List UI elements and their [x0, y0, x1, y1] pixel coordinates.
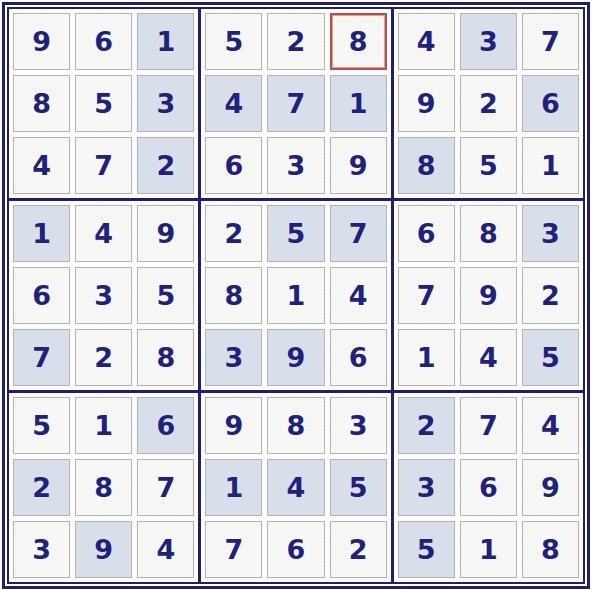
cell-r3c1[interactable]: 4	[13, 137, 70, 194]
cell-r6c5[interactable]: 9	[267, 329, 324, 386]
cell-r4c5[interactable]: 5	[267, 205, 324, 262]
cell-r5c6[interactable]: 4	[330, 267, 387, 324]
cell-r4c7[interactable]: 6	[398, 205, 455, 262]
cell-r3c5[interactable]: 3	[267, 137, 324, 194]
block-r2c1: 149635728	[9, 201, 198, 390]
cell-r6c4[interactable]: 3	[205, 329, 262, 386]
cell-r6c2[interactable]: 2	[75, 329, 132, 386]
cell-r8c8[interactable]: 6	[460, 459, 517, 516]
cell-r1c6[interactable]: 8	[330, 13, 387, 70]
cell-r2c8[interactable]: 2	[460, 75, 517, 132]
cell-r7c1[interactable]: 5	[13, 397, 70, 454]
cell-r6c9[interactable]: 5	[522, 329, 579, 386]
cell-r8c5[interactable]: 4	[267, 459, 324, 516]
cell-r4c6[interactable]: 7	[330, 205, 387, 262]
cell-r2c4[interactable]: 4	[205, 75, 262, 132]
cell-r8c1[interactable]: 2	[13, 459, 70, 516]
cell-r5c4[interactable]: 8	[205, 267, 262, 324]
cell-r7c3[interactable]: 6	[137, 397, 194, 454]
cell-r5c3[interactable]: 5	[137, 267, 194, 324]
cell-r4c2[interactable]: 4	[75, 205, 132, 262]
block-r1c3: 437926851	[394, 9, 583, 198]
sudoku-grid: 9618534725284716394379268511496357282578…	[7, 7, 585, 584]
cell-r3c2[interactable]: 7	[75, 137, 132, 194]
cell-r1c5[interactable]: 2	[267, 13, 324, 70]
cell-r9c1[interactable]: 3	[13, 521, 70, 578]
cell-r9c9[interactable]: 8	[522, 521, 579, 578]
cell-r1c8[interactable]: 3	[460, 13, 517, 70]
cell-r7c8[interactable]: 7	[460, 397, 517, 454]
cell-r7c2[interactable]: 1	[75, 397, 132, 454]
block-r3c2: 983145762	[201, 393, 390, 582]
cell-r6c7[interactable]: 1	[398, 329, 455, 386]
cell-r9c3[interactable]: 4	[137, 521, 194, 578]
block-r1c2: 528471639	[201, 9, 390, 198]
cell-r9c8[interactable]: 1	[460, 521, 517, 578]
cell-r6c3[interactable]: 8	[137, 329, 194, 386]
cell-r5c7[interactable]: 7	[398, 267, 455, 324]
cell-r3c3[interactable]: 2	[137, 137, 194, 194]
cell-r8c9[interactable]: 9	[522, 459, 579, 516]
block-r3c1: 516287394	[9, 393, 198, 582]
cell-r7c7[interactable]: 2	[398, 397, 455, 454]
sudoku-board: 9618534725284716394379268511496357282578…	[2, 2, 590, 589]
cell-r7c5[interactable]: 8	[267, 397, 324, 454]
cell-r3c9[interactable]: 1	[522, 137, 579, 194]
cell-r9c6[interactable]: 2	[330, 521, 387, 578]
cell-r9c7[interactable]: 5	[398, 521, 455, 578]
cell-r4c9[interactable]: 3	[522, 205, 579, 262]
block-r2c2: 257814396	[201, 201, 390, 390]
cell-r1c9[interactable]: 7	[522, 13, 579, 70]
cell-r1c3[interactable]: 1	[137, 13, 194, 70]
block-r3c3: 274369518	[394, 393, 583, 582]
cell-r1c4[interactable]: 5	[205, 13, 262, 70]
cell-r3c7[interactable]: 8	[398, 137, 455, 194]
cell-r5c2[interactable]: 3	[75, 267, 132, 324]
cell-r6c6[interactable]: 6	[330, 329, 387, 386]
cell-r6c1[interactable]: 7	[13, 329, 70, 386]
cell-r4c8[interactable]: 8	[460, 205, 517, 262]
cell-r5c5[interactable]: 1	[267, 267, 324, 324]
cell-r1c7[interactable]: 4	[398, 13, 455, 70]
cell-r4c1[interactable]: 1	[13, 205, 70, 262]
cell-r9c2[interactable]: 9	[75, 521, 132, 578]
cell-r6c8[interactable]: 4	[460, 329, 517, 386]
cell-r2c5[interactable]: 7	[267, 75, 324, 132]
cell-r8c7[interactable]: 3	[398, 459, 455, 516]
cell-r4c4[interactable]: 2	[205, 205, 262, 262]
block-r2c3: 683792145	[394, 201, 583, 390]
cell-r8c2[interactable]: 8	[75, 459, 132, 516]
cell-r7c6[interactable]: 3	[330, 397, 387, 454]
cell-r7c9[interactable]: 4	[522, 397, 579, 454]
cell-r7c4[interactable]: 9	[205, 397, 262, 454]
cell-r1c1[interactable]: 9	[13, 13, 70, 70]
cell-r3c4[interactable]: 6	[205, 137, 262, 194]
cell-r2c3[interactable]: 3	[137, 75, 194, 132]
cell-r2c9[interactable]: 6	[522, 75, 579, 132]
cell-r5c8[interactable]: 9	[460, 267, 517, 324]
cell-r9c5[interactable]: 6	[267, 521, 324, 578]
cell-r8c3[interactable]: 7	[137, 459, 194, 516]
cell-r2c1[interactable]: 8	[13, 75, 70, 132]
cell-r8c6[interactable]: 5	[330, 459, 387, 516]
cell-r2c7[interactable]: 9	[398, 75, 455, 132]
cell-r8c4[interactable]: 1	[205, 459, 262, 516]
cell-r2c6[interactable]: 1	[330, 75, 387, 132]
cell-r1c2[interactable]: 6	[75, 13, 132, 70]
cell-r5c1[interactable]: 6	[13, 267, 70, 324]
cell-r5c9[interactable]: 2	[522, 267, 579, 324]
block-r1c1: 961853472	[9, 9, 198, 198]
cell-r9c4[interactable]: 7	[205, 521, 262, 578]
cell-r3c8[interactable]: 5	[460, 137, 517, 194]
cell-r4c3[interactable]: 9	[137, 205, 194, 262]
cell-r2c2[interactable]: 5	[75, 75, 132, 132]
cell-r3c6[interactable]: 9	[330, 137, 387, 194]
